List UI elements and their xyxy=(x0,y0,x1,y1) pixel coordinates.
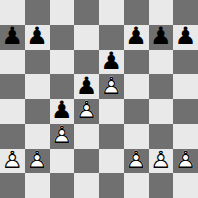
square-c8[interactable] xyxy=(50,0,75,25)
white-pawn-outline-glyph: ♙ xyxy=(124,148,149,173)
square-a4[interactable] xyxy=(0,99,25,124)
square-d5[interactable]: ♟ xyxy=(74,74,99,99)
black-pawn-glyph: ♟ xyxy=(50,98,75,123)
black-pawn-glyph: ♟ xyxy=(25,24,50,49)
square-b5[interactable] xyxy=(25,74,50,99)
square-h5[interactable] xyxy=(173,74,198,99)
square-e6[interactable]: ♟ xyxy=(99,50,124,75)
white-pawn-outline-glyph: ♙ xyxy=(25,148,50,173)
square-h4[interactable] xyxy=(173,99,198,124)
white-pawn-outline-glyph: ♙ xyxy=(99,73,124,98)
black-pawn[interactable]: ♟ xyxy=(0,25,25,50)
square-h2[interactable]: ♟♙ xyxy=(173,149,198,174)
square-d7[interactable] xyxy=(74,25,99,50)
square-g3[interactable] xyxy=(149,124,174,149)
square-a3[interactable] xyxy=(0,124,25,149)
square-e2[interactable] xyxy=(99,149,124,174)
white-pawn-outline-glyph: ♙ xyxy=(0,148,25,173)
square-h8[interactable] xyxy=(173,0,198,25)
square-c7[interactable] xyxy=(50,25,75,50)
square-g4[interactable] xyxy=(149,99,174,124)
square-h3[interactable] xyxy=(173,124,198,149)
chess-board: ♟♟♟♟♟♟♟♟♙♟♟♙♟♙♟♙♟♙♟♙♟♙♟♙ xyxy=(0,0,198,198)
black-pawn[interactable]: ♟ xyxy=(25,25,50,50)
white-pawn[interactable]: ♟♙ xyxy=(173,149,198,174)
square-a1[interactable] xyxy=(0,173,25,198)
square-b6[interactable] xyxy=(25,50,50,75)
square-g7[interactable]: ♟ xyxy=(149,25,174,50)
square-c2[interactable] xyxy=(50,149,75,174)
square-d2[interactable] xyxy=(74,149,99,174)
square-d6[interactable] xyxy=(74,50,99,75)
square-d8[interactable] xyxy=(74,0,99,25)
square-e4[interactable] xyxy=(99,99,124,124)
square-g2[interactable]: ♟♙ xyxy=(149,149,174,174)
square-b8[interactable] xyxy=(25,0,50,25)
square-d3[interactable] xyxy=(74,124,99,149)
square-d1[interactable] xyxy=(74,173,99,198)
black-pawn-glyph: ♟ xyxy=(124,24,149,49)
square-a2[interactable]: ♟♙ xyxy=(0,149,25,174)
square-h7[interactable]: ♟ xyxy=(173,25,198,50)
square-e5[interactable]: ♟♙ xyxy=(99,74,124,99)
white-pawn[interactable]: ♟♙ xyxy=(124,149,149,174)
square-c4[interactable]: ♟ xyxy=(50,99,75,124)
square-b3[interactable] xyxy=(25,124,50,149)
black-pawn[interactable]: ♟ xyxy=(124,25,149,50)
square-b7[interactable]: ♟ xyxy=(25,25,50,50)
square-a8[interactable] xyxy=(0,0,25,25)
black-pawn[interactable]: ♟ xyxy=(74,74,99,99)
square-b2[interactable]: ♟♙ xyxy=(25,149,50,174)
white-pawn-outline-glyph: ♙ xyxy=(74,98,99,123)
black-pawn-glyph: ♟ xyxy=(99,49,124,74)
square-f6[interactable] xyxy=(124,50,149,75)
white-pawn-outline-glyph: ♙ xyxy=(50,123,75,148)
black-pawn[interactable]: ♟ xyxy=(99,50,124,75)
square-c5[interactable] xyxy=(50,74,75,99)
white-pawn[interactable]: ♟♙ xyxy=(99,74,124,99)
black-pawn-glyph: ♟ xyxy=(173,24,198,49)
black-pawn-glyph: ♟ xyxy=(74,73,99,98)
square-a5[interactable] xyxy=(0,74,25,99)
square-h1[interactable] xyxy=(173,173,198,198)
black-pawn-glyph: ♟ xyxy=(149,24,174,49)
square-b4[interactable] xyxy=(25,99,50,124)
white-pawn[interactable]: ♟♙ xyxy=(50,124,75,149)
square-d4[interactable]: ♟♙ xyxy=(74,99,99,124)
black-pawn[interactable]: ♟ xyxy=(149,25,174,50)
square-f1[interactable] xyxy=(124,173,149,198)
square-a7[interactable]: ♟ xyxy=(0,25,25,50)
square-e8[interactable] xyxy=(99,0,124,25)
white-pawn[interactable]: ♟♙ xyxy=(25,149,50,174)
black-pawn[interactable]: ♟ xyxy=(50,99,75,124)
square-f7[interactable]: ♟ xyxy=(124,25,149,50)
square-b1[interactable] xyxy=(25,173,50,198)
square-c1[interactable] xyxy=(50,173,75,198)
square-e3[interactable] xyxy=(99,124,124,149)
square-f8[interactable] xyxy=(124,0,149,25)
square-f2[interactable]: ♟♙ xyxy=(124,149,149,174)
square-f5[interactable] xyxy=(124,74,149,99)
square-c3[interactable]: ♟♙ xyxy=(50,124,75,149)
square-e7[interactable] xyxy=(99,25,124,50)
square-c6[interactable] xyxy=(50,50,75,75)
square-g5[interactable] xyxy=(149,74,174,99)
white-pawn[interactable]: ♟♙ xyxy=(74,99,99,124)
square-h6[interactable] xyxy=(173,50,198,75)
white-pawn[interactable]: ♟♙ xyxy=(0,149,25,174)
square-e1[interactable] xyxy=(99,173,124,198)
white-pawn[interactable]: ♟♙ xyxy=(149,149,174,174)
square-g6[interactable] xyxy=(149,50,174,75)
black-pawn[interactable]: ♟ xyxy=(173,25,198,50)
square-f3[interactable] xyxy=(124,124,149,149)
square-g1[interactable] xyxy=(149,173,174,198)
black-pawn-glyph: ♟ xyxy=(0,24,25,49)
square-a6[interactable] xyxy=(0,50,25,75)
white-pawn-outline-glyph: ♙ xyxy=(173,148,198,173)
square-g8[interactable] xyxy=(149,0,174,25)
square-f4[interactable] xyxy=(124,99,149,124)
white-pawn-outline-glyph: ♙ xyxy=(149,148,174,173)
